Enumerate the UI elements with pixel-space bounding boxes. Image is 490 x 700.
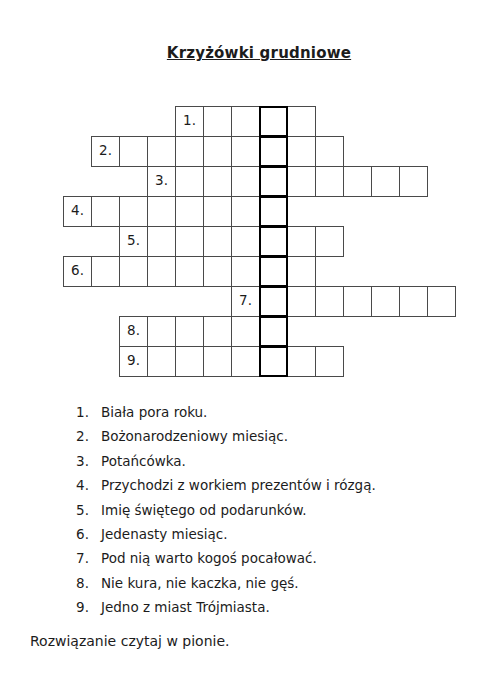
clue-text: Bożonarodzeniowy miesiąc. [101,428,288,444]
clue-text: Biała pora roku. [101,404,207,420]
grid-cell-row2-col4[interactable] [147,136,176,167]
clue-number-label-1: 1. [183,114,196,129]
clue-item-3: 3.Potańcówka. [70,453,470,477]
grid-cell-row6-col2[interactable] [91,256,120,287]
grid-cell-row3-col11[interactable] [343,166,372,197]
clue-item-7: 7.Pod nią warto kogoś pocałować. [70,550,470,574]
clue-number: 7. [70,550,89,566]
clue-number: 1. [70,404,89,420]
grid-cell-row5-col9[interactable] [287,226,316,257]
solution-cell-row5-col8[interactable] [259,226,288,257]
solution-cell-row8-col8[interactable] [259,316,288,347]
clue-number-label-5: 5. [127,234,140,249]
clue-number-label-9: 9. [127,354,140,369]
grid-cell-row3-col4[interactable]: 3. [147,166,176,197]
grid-cell-row7-col14[interactable] [427,286,456,317]
solution-cell-row9-col8[interactable] [259,346,288,377]
clue-number: 3. [70,453,89,469]
clue-item-9: 9.Jedno z miast Trójmiasta. [70,599,470,623]
grid-cell-row4-col5[interactable] [175,196,204,227]
grid-cell-row3-col7[interactable] [231,166,260,197]
grid-cell-row6-col1[interactable]: 6. [63,256,92,287]
clue-text: Jedno z miast Trójmiasta. [101,599,270,615]
grid-cell-row2-col9[interactable] [287,136,316,167]
grid-cell-row5-col3[interactable]: 5. [119,226,148,257]
grid-cell-row5-col10[interactable] [315,226,344,257]
grid-cell-row2-col2[interactable]: 2. [91,136,120,167]
clue-number-label-2: 2. [99,144,112,159]
clue-number-label-3: 3. [155,174,168,189]
grid-cell-row7-col7[interactable]: 7. [231,286,260,317]
grid-cell-row2-col6[interactable] [203,136,232,167]
clue-number-label-7: 7. [239,294,252,309]
clue-number: 8. [70,575,89,591]
grid-cell-row3-col12[interactable] [371,166,400,197]
grid-cell-row2-col5[interactable] [175,136,204,167]
grid-cell-row6-col5[interactable] [175,256,204,287]
grid-cell-row1-col7[interactable] [231,106,260,137]
grid-cell-row4-col3[interactable] [119,196,148,227]
solution-cell-row4-col8[interactable] [259,196,288,227]
solution-cell-row2-col8[interactable] [259,136,288,167]
clue-number: 5. [70,502,89,518]
grid-cell-row6-col6[interactable] [203,256,232,287]
grid-cell-row6-col9[interactable] [287,256,316,287]
grid-cell-row9-col3[interactable]: 9. [119,346,148,377]
grid-cell-row2-col3[interactable] [119,136,148,167]
grid-cell-row8-col3[interactable]: 8. [119,316,148,347]
clue-text: Pod nią warto kogoś pocałować. [101,550,317,566]
grid-cell-row2-col10[interactable] [315,136,344,167]
grid-cell-row5-col6[interactable] [203,226,232,257]
grid-cell-row4-col1[interactable]: 4. [63,196,92,227]
grid-cell-row1-col6[interactable] [203,106,232,137]
grid-cell-row6-col7[interactable] [231,256,260,287]
grid-cell-row7-col11[interactable] [343,286,372,317]
grid-cell-row3-col6[interactable] [203,166,232,197]
clue-text: Przychodzi z workiem prezentów i rózgą. [101,477,376,493]
crossword-grid: 1.2.3.4.5.6.7.8.9. [63,106,455,376]
grid-cell-row3-col13[interactable] [399,166,428,197]
clue-number: 4. [70,477,89,493]
grid-cell-row4-col7[interactable] [231,196,260,227]
solution-cell-row6-col8[interactable] [259,256,288,287]
grid-cell-row6-col4[interactable] [147,256,176,287]
grid-cell-row3-col10[interactable] [315,166,344,197]
grid-cell-row9-col7[interactable] [231,346,260,377]
worksheet-page: Krzyżówki grudniowe 1.2.3.4.5.6.7.8.9. 1… [0,0,490,700]
page-title: Krzyżówki grudniowe [0,44,490,62]
clue-number-label-6: 6. [71,264,84,279]
grid-cell-row9-col10[interactable] [315,346,344,377]
solution-cell-row7-col8[interactable] [259,286,288,317]
grid-cell-row8-col5[interactable] [175,316,204,347]
clue-item-1: 1.Biała pora roku. [70,404,470,428]
clue-number-label-4: 4. [71,204,84,219]
clue-text: Imię świętego od podarunków. [101,502,306,518]
grid-cell-row5-col7[interactable] [231,226,260,257]
clue-number: 6. [70,526,89,542]
grid-cell-row7-col10[interactable] [315,286,344,317]
clue-list: 1.Biała pora roku.2.Bożonarodzeniowy mie… [70,404,470,624]
grid-cell-row4-col4[interactable] [147,196,176,227]
grid-cell-row6-col3[interactable] [119,256,148,287]
grid-cell-row8-col7[interactable] [231,316,260,347]
clue-item-4: 4.Przychodzi z workiem prezentów i rózgą… [70,477,470,501]
clue-item-5: 5.Imię świętego od podarunków. [70,502,470,526]
clue-item-8: 8.Nie kura, nie kaczka, nie gęś. [70,575,470,599]
grid-cell-row7-col13[interactable] [399,286,428,317]
grid-cell-row7-col12[interactable] [371,286,400,317]
clue-text: Potańcówka. [101,453,186,469]
grid-cell-row9-col4[interactable] [147,346,176,377]
solution-instruction: Rozwiązanie czytaj w pionie. [30,633,230,649]
clue-number: 9. [70,599,89,615]
grid-cell-row3-col5[interactable] [175,166,204,197]
grid-cell-row1-col9[interactable] [287,106,316,137]
grid-cell-row2-col7[interactable] [231,136,260,167]
clue-number: 2. [70,428,89,444]
grid-cell-row9-col9[interactable] [287,346,316,377]
clue-item-6: 6.Jedenasty miesiąc. [70,526,470,550]
grid-cell-row8-col6[interactable] [203,316,232,347]
grid-cell-row5-col5[interactable] [175,226,204,257]
grid-cell-row9-col5[interactable] [175,346,204,377]
solution-cell-row3-col8[interactable] [259,166,288,197]
clue-number-label-8: 8. [127,324,140,339]
grid-cell-row4-col6[interactable] [203,196,232,227]
clue-text: Jedenasty miesiąc. [101,526,228,542]
solution-cell-row1-col8[interactable] [259,106,288,137]
grid-cell-row5-col4[interactable] [147,226,176,257]
clue-text: Nie kura, nie kaczka, nie gęś. [101,575,299,591]
clue-item-2: 2.Bożonarodzeniowy miesiąc. [70,428,470,452]
grid-cell-row1-col5[interactable]: 1. [175,106,204,137]
grid-cell-row3-col9[interactable] [287,166,316,197]
grid-cell-row7-col9[interactable] [287,286,316,317]
grid-cell-row8-col4[interactable] [147,316,176,347]
grid-cell-row9-col6[interactable] [203,346,232,377]
grid-cell-row4-col2[interactable] [91,196,120,227]
